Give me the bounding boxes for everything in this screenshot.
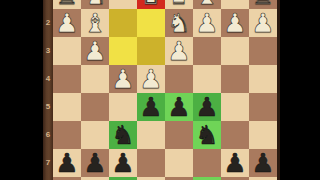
rank-label-2: 2 <box>43 19 53 27</box>
square-f7[interactable]: ♟ <box>109 149 137 177</box>
square-g1[interactable]: ♞ <box>81 0 109 9</box>
square-f6[interactable]: ♞ <box>109 121 137 149</box>
white-knight-g1: ♞ <box>81 0 109 9</box>
white-knight-d2: ♞ <box>165 9 193 37</box>
square-b5[interactable] <box>221 93 249 121</box>
black-pawn-c5: ♟ <box>193 93 221 121</box>
black-knight-c6: ♞ <box>193 121 221 149</box>
square-h5[interactable] <box>53 93 81 121</box>
square-d8[interactable] <box>165 177 193 180</box>
white-pawn-d3: ♟ <box>165 37 193 65</box>
square-f8[interactable] <box>109 177 137 180</box>
white-pawn-f4: ♟ <box>109 65 137 93</box>
square-c8[interactable] <box>193 177 221 180</box>
square-d5[interactable]: ♟ <box>165 93 193 121</box>
white-king-e1: ♚ <box>137 0 165 9</box>
black-pawn-f7: ♟ <box>109 149 137 177</box>
square-d4[interactable] <box>165 65 193 93</box>
square-g4[interactable] <box>81 65 109 93</box>
black-pawn-h7: ♟ <box>53 149 81 177</box>
square-c2[interactable]: ♟ <box>193 9 221 37</box>
square-a1[interactable]: ♜ <box>249 0 277 9</box>
square-f5[interactable] <box>109 93 137 121</box>
white-pawn-h2: ♟ <box>53 9 81 37</box>
square-e2[interactable] <box>137 9 165 37</box>
square-a4[interactable] <box>249 65 277 93</box>
square-b8[interactable] <box>221 177 249 180</box>
square-e6[interactable] <box>137 121 165 149</box>
square-e4[interactable]: ♟ <box>137 65 165 93</box>
square-a8[interactable] <box>249 177 277 180</box>
white-bishop-g2: ♝ <box>81 9 109 37</box>
rank-label-3: 3 <box>43 47 53 55</box>
square-d2[interactable]: ♞ <box>165 9 193 37</box>
square-g7[interactable]: ♟ <box>81 149 109 177</box>
chess-board-frame: ♜♞♚♛♝♜♟♝♞♟♟♟♟♟♟♟♟♟♟♞♞♟♟♟♟♟ 234567 <box>43 0 280 180</box>
black-knight-f6: ♞ <box>109 121 137 149</box>
square-f4[interactable]: ♟ <box>109 65 137 93</box>
white-pawn-e4: ♟ <box>137 65 165 93</box>
square-h4[interactable] <box>53 65 81 93</box>
square-a7[interactable]: ♟ <box>249 149 277 177</box>
square-a6[interactable] <box>249 121 277 149</box>
square-g5[interactable] <box>81 93 109 121</box>
square-b6[interactable] <box>221 121 249 149</box>
square-f3[interactable] <box>109 37 137 65</box>
square-c6[interactable]: ♞ <box>193 121 221 149</box>
square-b4[interactable] <box>221 65 249 93</box>
white-queen-d1: ♛ <box>165 0 193 9</box>
square-h7[interactable]: ♟ <box>53 149 81 177</box>
black-pawn-d5: ♟ <box>165 93 193 121</box>
square-g6[interactable] <box>81 121 109 149</box>
square-g8[interactable] <box>81 177 109 180</box>
white-pawn-g3: ♟ <box>81 37 109 65</box>
white-pawn-b2: ♟ <box>221 9 249 37</box>
square-e3[interactable] <box>137 37 165 65</box>
square-e1[interactable]: ♚ <box>137 0 165 9</box>
video-frame: ♜♞♚♛♝♜♟♝♞♟♟♟♟♟♟♟♟♟♟♞♞♟♟♟♟♟ 234567 <box>0 0 320 180</box>
square-f1[interactable] <box>109 0 137 9</box>
black-pawn-a7: ♟ <box>249 149 277 177</box>
black-pawn-b7: ♟ <box>221 149 249 177</box>
left-letterbox <box>0 0 43 180</box>
square-e5[interactable]: ♟ <box>137 93 165 121</box>
white-pawn-a2: ♟ <box>249 9 277 37</box>
right-letterbox <box>280 0 320 180</box>
square-b7[interactable]: ♟ <box>221 149 249 177</box>
square-e8[interactable] <box>137 177 165 180</box>
square-h1[interactable]: ♜ <box>53 0 81 9</box>
white-pawn-c2: ♟ <box>193 9 221 37</box>
square-d6[interactable] <box>165 121 193 149</box>
rank-label-5: 5 <box>43 103 53 111</box>
square-d1[interactable]: ♛ <box>165 0 193 9</box>
rank-label-6: 6 <box>43 131 53 139</box>
rank-label-7: 7 <box>43 159 53 167</box>
square-c3[interactable] <box>193 37 221 65</box>
square-h3[interactable] <box>53 37 81 65</box>
rank-coordinate-rail <box>43 0 53 180</box>
square-g3[interactable]: ♟ <box>81 37 109 65</box>
square-c1[interactable]: ♝ <box>193 0 221 9</box>
square-a5[interactable] <box>249 93 277 121</box>
square-h8[interactable] <box>53 177 81 180</box>
square-h6[interactable] <box>53 121 81 149</box>
square-g2[interactable]: ♝ <box>81 9 109 37</box>
square-e7[interactable] <box>137 149 165 177</box>
black-pawn-g7: ♟ <box>81 149 109 177</box>
square-h2[interactable]: ♟ <box>53 9 81 37</box>
black-pawn-e5: ♟ <box>137 93 165 121</box>
square-b3[interactable] <box>221 37 249 65</box>
square-c4[interactable] <box>193 65 221 93</box>
square-a3[interactable] <box>249 37 277 65</box>
square-b2[interactable]: ♟ <box>221 9 249 37</box>
white-rook-h1: ♜ <box>53 0 81 9</box>
square-d7[interactable] <box>165 149 193 177</box>
white-bishop-c1: ♝ <box>193 0 221 9</box>
square-d3[interactable]: ♟ <box>165 37 193 65</box>
chess-board: ♜♞♚♛♝♜♟♝♞♟♟♟♟♟♟♟♟♟♟♞♞♟♟♟♟♟ <box>53 0 277 180</box>
square-f2[interactable] <box>109 9 137 37</box>
rank-label-4: 4 <box>43 75 53 83</box>
square-c5[interactable]: ♟ <box>193 93 221 121</box>
square-c7[interactable] <box>193 149 221 177</box>
square-b1[interactable] <box>221 0 249 9</box>
board-right-edge <box>277 0 280 180</box>
white-rook-a1: ♜ <box>249 0 277 9</box>
square-a2[interactable]: ♟ <box>249 9 277 37</box>
